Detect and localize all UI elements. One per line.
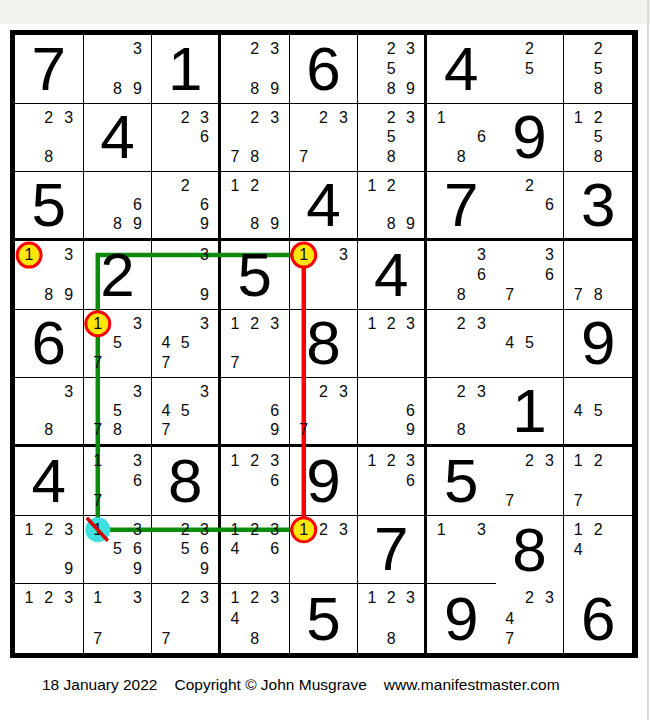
candidate-digit: 4 [500,609,520,629]
candidate-digit: 1 [294,245,314,265]
cell-r3c8[interactable]: 26 [496,172,565,241]
candidate-digit: 2 [314,382,334,401]
candidate-digit: 2 [451,314,471,334]
candidate-digit: 5 [382,128,401,148]
candidate-digit: 3 [195,382,214,401]
candidate-digit: 3 [59,520,79,540]
cell-r1c6[interactable]: 23589 [358,35,427,104]
cell-r6c3[interactable]: 3457 [152,378,221,447]
cell-r5c5[interactable]: 8 [290,310,359,379]
candidate-digit: 2 [382,588,401,608]
solved-digit: 9 [496,104,564,172]
cell-r6c5[interactable]: 237 [290,378,359,447]
candidate-digit: 2 [451,382,471,401]
candidate-digit: 9 [401,79,420,99]
candidate-digit: 3 [539,451,559,471]
candidate-digit: 8 [451,421,471,440]
candidate-digit: 9 [401,421,420,440]
candidate-digit: 2 [314,108,334,128]
cell-r6c1[interactable]: 38 [15,378,84,447]
footer-copyright: Copyright © John Musgrave [174,676,366,694]
candidate-digit: 5 [382,59,401,79]
candidate-digit: 3 [401,588,420,608]
candidate-digit: 2 [588,451,608,471]
footer-website: www.manifestmaster.com [384,676,560,694]
candidate-digit: 2 [382,176,401,195]
candidate-digit: 2 [382,314,401,334]
candidate-digit: 6 [539,196,559,215]
solved-digit: 3 [564,172,632,238]
cell-r9c6[interactable]: 1238 [358,584,427,653]
candidate-digit: 3 [195,314,214,334]
candidate-digit: 1 [431,520,451,540]
candidate-digit: 7 [156,629,175,649]
candidate-digit: 1 [88,588,108,608]
candidate-digit: 2 [588,108,608,128]
candidate-digit: 5 [176,334,195,354]
candidate-digit: 4 [156,334,175,354]
candidate-digit: 3 [195,588,214,608]
cell-r8c6[interactable]: 7 [358,516,427,585]
candidate-digit: 6 [195,196,214,215]
candidate-digit: 2 [245,520,265,540]
candidate-digit: 1 [19,520,39,540]
candidate-digit: 2 [382,39,401,59]
candidate-digit: 7 [88,491,108,511]
candidate-digit: 2 [245,588,265,608]
window-right-edge [647,0,649,720]
cell-r9c1[interactable]: 123 [15,584,84,653]
solved-digit: 7 [358,516,424,584]
candidate-digit: 5 [588,402,608,421]
cell-r7c6[interactable]: 1236 [358,447,427,516]
candidate-digit: 3 [195,245,214,265]
candidate-digit: 6 [127,471,147,491]
cell-r8c8[interactable]: 8 [496,516,565,585]
candidate-digit: 3 [59,382,79,401]
candidate-digit: 3 [265,588,285,608]
cell-r9c7[interactable]: 9 [427,584,496,653]
footer: 18 January 2022 Copyright © John Musgrav… [42,676,560,694]
candidate-digit: 9 [59,559,79,579]
candidate-digit: 6 [195,540,214,560]
candidate-digit: 3 [333,108,353,128]
candidate-digit: 3 [265,314,285,334]
cell-r5c2[interactable]: 1357 [84,310,153,379]
candidate-digit: 4 [568,402,588,421]
candidate-digit: 3 [539,245,559,265]
candidate-digit: 1 [362,451,381,471]
cell-r7c1[interactable]: 4 [15,447,84,516]
candidate-digit: 7 [156,353,175,373]
candidate-digit: 8 [39,421,59,440]
cell-r5c9[interactable]: 9 [564,310,633,379]
cell-r5c8[interactable]: 45 [496,310,565,379]
solved-digit: 8 [152,447,218,515]
candidate-digit: 7 [568,491,588,511]
cell-r8c4[interactable]: 12346 [221,516,290,585]
cell-r7c5[interactable]: 9 [290,447,359,516]
candidate-digit: 6 [127,196,147,215]
cell-r7c8[interactable]: 237 [496,447,565,516]
cell-r6c2[interactable]: 3578 [84,378,153,447]
candidate-digit: 5 [108,334,128,354]
cell-r8c3[interactable]: 23569 [152,516,221,585]
candidate-digit: 9 [127,559,147,579]
candidate-digit: 5 [108,402,128,421]
cell-r4c2[interactable]: 2 [84,241,153,310]
cell-r7c7[interactable]: 5 [427,447,496,516]
cell-r2c6[interactable]: 2358 [358,104,427,173]
cell-r2c7[interactable]: 168 [427,104,496,173]
solved-digit: 5 [290,584,358,653]
candidate-digit: 6 [539,265,559,285]
cell-r7c3[interactable]: 8 [152,447,221,516]
candidate-digit: 2 [520,588,540,608]
candidate-digit: 5 [520,334,540,354]
candidate-digit: 3 [265,520,285,540]
footer-date: 18 January 2022 [42,676,157,694]
candidate-digit: 6 [471,265,491,285]
cell-r9c8[interactable]: 2347 [496,584,565,653]
solved-digit: 7 [427,172,496,238]
candidate-digit: 3 [471,314,491,334]
solved-digit: 8 [290,310,358,378]
candidate-digit: 7 [88,629,108,649]
solved-digit: 5 [221,241,289,309]
candidate-digit: 1 [568,520,588,540]
candidate-digit: 8 [245,215,265,234]
candidate-digit: 7 [88,353,108,373]
candidate-digit: 1 [294,520,314,540]
cell-r8c5[interactable]: 123 [290,516,359,585]
cell-r6c6[interactable]: 69 [358,378,427,447]
candidate-digit: 2 [520,176,540,195]
candidate-digit: 6 [127,540,147,560]
candidate-digit: 2 [520,39,540,59]
candidate-digit: 9 [127,215,147,234]
candidate-digit: 7 [225,353,245,373]
solved-digit: 6 [15,310,83,378]
candidate-digit: 8 [588,79,608,99]
cell-r1c8[interactable]: 25 [496,35,565,104]
cell-r5c7[interactable]: 23 [427,310,496,379]
cell-r1c9[interactable]: 258 [564,35,633,104]
candidate-digit: 8 [382,215,401,234]
cell-r4c8[interactable]: 367 [496,241,565,310]
candidate-digit: 6 [265,402,285,421]
candidate-digit: 3 [333,382,353,401]
candidate-digit: 1 [568,108,588,128]
window-top-strip [0,0,650,24]
candidate-digit: 8 [108,215,128,234]
candidate-digit: 8 [245,629,265,649]
solved-digit: 4 [15,447,83,515]
candidate-digit: 3 [265,451,285,471]
cell-r8c7[interactable]: 13 [427,516,496,585]
candidate-digit: 2 [39,588,59,608]
candidate-digit: 9 [265,421,285,440]
candidate-digit: 3 [127,382,147,401]
cell-r4c1[interactable]: 1389 [15,241,84,310]
candidate-digit: 1 [362,314,381,334]
cell-r7c2[interactable]: 1367 [84,447,153,516]
cell-r5c1[interactable]: 6 [15,310,84,379]
candidate-digit: 2 [382,451,401,471]
cell-r6c8[interactable]: 1 [496,378,565,447]
candidate-digit: 5 [108,540,128,560]
candidate-digit: 3 [333,245,353,265]
candidate-digit: 6 [401,402,420,421]
candidate-digit: 5 [176,402,195,421]
candidate-digit: 3 [471,520,491,540]
cell-r1c7[interactable]: 4 [427,35,496,104]
cell-r4c7[interactable]: 368 [427,241,496,310]
candidate-digit: 8 [382,629,401,649]
candidate-digit: 4 [500,334,520,354]
candidate-digit: 6 [401,471,420,491]
candidate-digit: 3 [471,245,491,265]
candidate-digit: 4 [225,609,245,629]
candidate-digit: 3 [127,451,147,471]
candidate-digit: 7 [500,629,520,649]
candidate-digit: 7 [500,491,520,511]
cell-r4c4[interactable]: 5 [221,241,290,310]
candidate-digit: 7 [500,285,520,305]
candidate-digit: 8 [108,421,128,440]
candidate-digit: 8 [588,147,608,167]
candidate-digit: 2 [314,520,334,540]
candidate-digit: 1 [362,588,381,608]
cell-r9c5[interactable]: 5 [290,584,359,653]
cell-r5c6[interactable]: 123 [358,310,427,379]
cell-r4c9[interactable]: 78 [564,241,633,310]
solved-digit: 8 [496,516,564,585]
candidate-digit: 7 [568,285,588,305]
candidate-digit: 6 [265,471,285,491]
candidate-digit: 3 [127,520,147,540]
sudoku-page: 7389123896235894252582384236237823723581… [0,0,650,720]
candidate-digit: 1 [568,451,588,471]
solved-digit: 9 [427,584,496,653]
candidate-digit: 1 [225,520,245,540]
candidate-digit: 8 [588,285,608,305]
candidate-digit: 2 [176,588,195,608]
candidate-digit: 2 [245,451,265,471]
cell-r5c4[interactable]: 1237 [221,310,290,379]
solved-digit: 9 [564,310,632,378]
sudoku-board: 7389123896235894252582384236237823723581… [10,30,638,658]
candidate-digit: 3 [401,108,420,128]
cell-r4c3[interactable]: 39 [152,241,221,310]
candidate-digit: 2 [520,451,540,471]
candidate-digit: 3 [195,520,214,540]
candidate-digit: 2 [39,520,59,540]
cell-r2c8[interactable]: 9 [496,104,565,173]
candidate-digit: 1 [431,108,451,128]
solved-digit: 4 [427,35,496,103]
cell-r9c2[interactable]: 137 [84,584,153,653]
candidate-digit: 3 [59,588,79,608]
candidate-digit: 9 [195,559,214,579]
candidate-digit: 4 [568,540,588,560]
candidate-digit: 1 [225,314,245,334]
candidate-digit: 3 [401,451,420,471]
elimination-strike-layer [15,35,315,185]
solved-digit: 1 [496,378,564,444]
candidate-digit: 9 [195,215,214,234]
candidate-digit: 4 [225,540,245,560]
candidate-digit: 6 [265,540,285,560]
candidate-digit: 3 [127,588,147,608]
candidate-digit: 7 [156,421,175,440]
candidate-digit: 2 [382,108,401,128]
candidate-digit: 7 [88,421,108,440]
candidate-digit: 5 [588,59,608,79]
candidate-digit: 3 [471,382,491,401]
cell-r4c5[interactable]: 13 [290,241,359,310]
cell-r8c9[interactable]: 124 [564,516,633,585]
cell-r6c4[interactable]: 69 [221,378,290,447]
candidate-digit: 8 [382,79,401,99]
candidate-digit: 1 [88,314,108,334]
candidate-digit: 1 [19,588,39,608]
cell-r9c4[interactable]: 12348 [221,584,290,653]
candidate-digit: 8 [39,285,59,305]
candidate-digit: 9 [401,215,420,234]
candidate-digit: 1 [19,245,39,265]
candidate-digit: 8 [382,147,401,167]
candidate-digit: 9 [195,285,214,305]
solved-digit: 6 [564,584,632,653]
cell-r6c7[interactable]: 238 [427,378,496,447]
candidate-digit: 1 [88,451,108,471]
candidate-digit: 3 [59,245,79,265]
candidate-digit: 3 [401,39,420,59]
candidate-digit: 2 [176,520,195,540]
candidate-digit: 3 [127,314,147,334]
cell-r9c9[interactable]: 6 [564,584,633,653]
cell-r9c3[interactable]: 237 [152,584,221,653]
candidate-digit: 3 [401,314,420,334]
cell-r5c3[interactable]: 3457 [152,310,221,379]
candidate-digit: 8 [451,285,471,305]
candidate-digit: 2 [588,39,608,59]
cell-r2c9[interactable]: 1258 [564,104,633,173]
candidate-digit: 5 [520,59,540,79]
candidate-digit: 3 [539,588,559,608]
candidate-digit: 7 [294,421,314,440]
solved-digit: 5 [427,447,496,515]
candidate-digit: 5 [176,540,195,560]
solved-digit: 9 [290,447,358,515]
candidate-digit: 1 [225,588,245,608]
cell-r4c6[interactable]: 4 [358,241,427,310]
candidate-digit: 3 [333,520,353,540]
solved-digit: 4 [358,241,424,309]
candidate-digit: 9 [59,285,79,305]
cell-r3c9[interactable]: 3 [564,172,633,241]
candidate-digit: 1 [362,176,381,195]
cell-r6c9[interactable]: 45 [564,378,633,447]
candidate-digit: 2 [245,314,265,334]
candidate-digit: 2 [588,520,608,540]
candidate-digit: 4 [156,402,175,421]
candidate-digit: 9 [265,215,285,234]
candidate-digit: 8 [451,147,471,167]
cell-r3c7[interactable]: 7 [427,172,496,241]
cell-r7c4[interactable]: 1236 [221,447,290,516]
cell-r8c1[interactable]: 1239 [15,516,84,585]
candidate-digit: 5 [588,128,608,148]
cell-r7c9[interactable]: 127 [564,447,633,516]
cell-r3c6[interactable]: 1289 [358,172,427,241]
candidate-digit: 6 [471,128,491,148]
solved-digit: 2 [84,241,152,309]
candidate-digit: 1 [225,451,245,471]
